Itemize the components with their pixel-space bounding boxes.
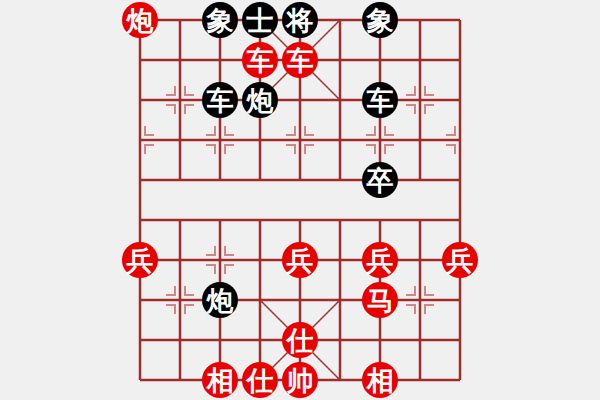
board-point: [320, 0, 360, 40]
board-point: 兵: [440, 240, 480, 280]
board-point: 仕: [280, 320, 320, 360]
board-point: 马: [360, 280, 400, 320]
board-point: [440, 80, 480, 120]
board-point: [200, 200, 240, 240]
board-point: 炮: [200, 280, 240, 320]
board-point: 士: [240, 0, 280, 40]
board-point: 卒: [360, 160, 400, 200]
board-point: [280, 200, 320, 240]
board-point: [280, 80, 320, 120]
board-point: 帅: [280, 360, 320, 400]
piece-black-soldier[interactable]: 卒: [362, 162, 398, 198]
piece-red-soldier[interactable]: 兵: [122, 242, 158, 278]
piece-black-elephant[interactable]: 象: [362, 2, 398, 38]
board-point: [320, 120, 360, 160]
piece-black-chariot[interactable]: 车: [202, 82, 238, 118]
board-point: [200, 40, 240, 80]
board-point: [400, 160, 440, 200]
piece-red-chariot[interactable]: 车: [282, 42, 318, 78]
board-point: [400, 80, 440, 120]
piece-red-advisor[interactable]: 仕: [282, 322, 318, 358]
board-point: [160, 0, 200, 40]
board-point: [240, 160, 280, 200]
piece-red-soldier[interactable]: 兵: [282, 242, 318, 278]
board-cells: 炮象士将象车车车炮车卒兵兵兵兵炮马仕相仕帅相: [120, 0, 480, 400]
board-point: [240, 200, 280, 240]
board-point: [120, 120, 160, 160]
piece-black-cannon[interactable]: 炮: [242, 82, 278, 118]
board-point: [320, 200, 360, 240]
board-point: [160, 40, 200, 80]
board-point: [440, 40, 480, 80]
board-point: [440, 0, 480, 40]
board-point: [320, 280, 360, 320]
board-point: [400, 360, 440, 400]
board-point: [320, 40, 360, 80]
board-point: [200, 120, 240, 160]
board-point: 车: [240, 40, 280, 80]
board-point: [120, 200, 160, 240]
piece-red-elephant[interactable]: 相: [202, 362, 238, 398]
piece-red-chariot[interactable]: 车: [242, 42, 278, 78]
piece-red-horse[interactable]: 马: [362, 282, 398, 318]
board-point: 相: [200, 360, 240, 400]
board-point: [400, 40, 440, 80]
board-point: 兵: [360, 240, 400, 280]
board-point: [240, 320, 280, 360]
board-point: 炮: [120, 0, 160, 40]
board-point: [400, 280, 440, 320]
board-point: [280, 120, 320, 160]
board-point: [120, 320, 160, 360]
board-point: [280, 280, 320, 320]
board-point: [440, 360, 480, 400]
board-point: [440, 160, 480, 200]
piece-black-general[interactable]: 将: [282, 2, 318, 38]
board-point: [160, 200, 200, 240]
piece-black-cannon[interactable]: 炮: [202, 282, 238, 318]
board-point: [400, 0, 440, 40]
board-point: [160, 320, 200, 360]
board-point: [160, 120, 200, 160]
board-point: [200, 160, 240, 200]
piece-red-general[interactable]: 帅: [282, 362, 318, 398]
board-point: 仕: [240, 360, 280, 400]
board-point: [360, 200, 400, 240]
board-point: 车: [360, 80, 400, 120]
board-point: [240, 120, 280, 160]
board-point: [400, 240, 440, 280]
board-point: [320, 80, 360, 120]
board-point: [120, 160, 160, 200]
board-point: [440, 200, 480, 240]
board-point: [160, 360, 200, 400]
piece-black-elephant[interactable]: 象: [202, 2, 238, 38]
board-point: 象: [200, 0, 240, 40]
board-point: [120, 80, 160, 120]
board-point: 兵: [280, 240, 320, 280]
piece-red-elephant[interactable]: 相: [362, 362, 398, 398]
board-point: [320, 320, 360, 360]
board-point: [120, 40, 160, 80]
board-point: [440, 120, 480, 160]
board-point: [320, 360, 360, 400]
board-point: 车: [200, 80, 240, 120]
board-point: [160, 160, 200, 200]
board-point: 象: [360, 0, 400, 40]
board-point: [400, 200, 440, 240]
board-point: 相: [360, 360, 400, 400]
piece-black-chariot[interactable]: 车: [362, 82, 398, 118]
board-point: [240, 280, 280, 320]
board-point: [440, 280, 480, 320]
piece-red-soldier[interactable]: 兵: [442, 242, 478, 278]
board-point: [320, 240, 360, 280]
piece-black-advisor[interactable]: 士: [242, 2, 278, 38]
board-point: [280, 160, 320, 200]
piece-red-advisor[interactable]: 仕: [242, 362, 278, 398]
board-point: [360, 120, 400, 160]
piece-red-soldier[interactable]: 兵: [362, 242, 398, 278]
board-point: [320, 160, 360, 200]
board-point: [120, 360, 160, 400]
board-point: [200, 320, 240, 360]
piece-red-cannon[interactable]: 炮: [122, 2, 158, 38]
board-point: [120, 280, 160, 320]
board-point: [400, 120, 440, 160]
board-point: [160, 280, 200, 320]
board-point: 将: [280, 0, 320, 40]
board-point: [360, 320, 400, 360]
board-point: [200, 240, 240, 280]
board-point: [360, 40, 400, 80]
board-point: 车: [280, 40, 320, 80]
xiangqi-board-scene: 炮象士将象车车车炮车卒兵兵兵兵炮马仕相仕帅相: [0, 0, 600, 400]
board-point: [240, 240, 280, 280]
board-point: 兵: [120, 240, 160, 280]
board-point: [160, 80, 200, 120]
board-point: 炮: [240, 80, 280, 120]
board-point: [440, 320, 480, 360]
board-point: [400, 320, 440, 360]
board-point: [160, 240, 200, 280]
